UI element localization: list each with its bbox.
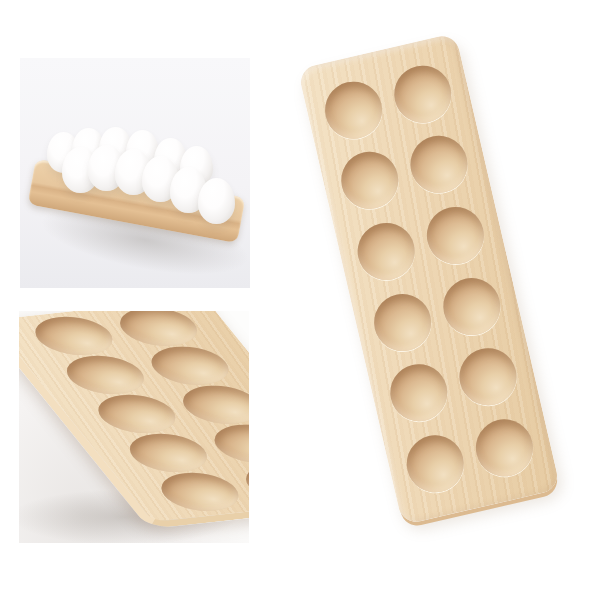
mancala-board — [297, 33, 560, 525]
pit-r6-c2[interactable] — [470, 414, 538, 482]
closeup-pit-r4-c1 — [118, 431, 219, 476]
closeup-pit-r2-c1 — [54, 352, 155, 397]
closeup-pit-r3-c2 — [171, 382, 249, 427]
photo-tray-closeup — [19, 311, 249, 543]
pit-r2-c2[interactable] — [405, 131, 473, 199]
pit-r2-c1[interactable] — [336, 147, 404, 215]
closeup-pit-r2-c2 — [139, 343, 240, 388]
photo-eggs-in-tray — [20, 58, 250, 288]
egg-r6-c2 — [198, 178, 235, 224]
pit-r1-c1[interactable] — [319, 76, 387, 144]
product-photo-collage — [0, 0, 600, 600]
closeup-pit-r4-c2 — [202, 421, 249, 466]
closeup-pit-r3-c1 — [86, 391, 187, 436]
closeup-pit-r1-c2 — [107, 311, 208, 349]
pit-r1-c2[interactable] — [389, 60, 457, 128]
pit-r3-c1[interactable] — [352, 217, 420, 285]
pit-r6-c1[interactable] — [401, 430, 469, 498]
pit-r4-c2[interactable] — [438, 272, 506, 340]
pit-r5-c1[interactable] — [385, 359, 453, 427]
closeup-pit-r5-c1 — [149, 470, 249, 515]
pit-r3-c2[interactable] — [421, 201, 489, 269]
pit-r5-c2[interactable] — [454, 343, 522, 411]
closeup-pit-r1-c1 — [23, 313, 124, 358]
pit-r4-c1[interactable] — [368, 288, 436, 356]
